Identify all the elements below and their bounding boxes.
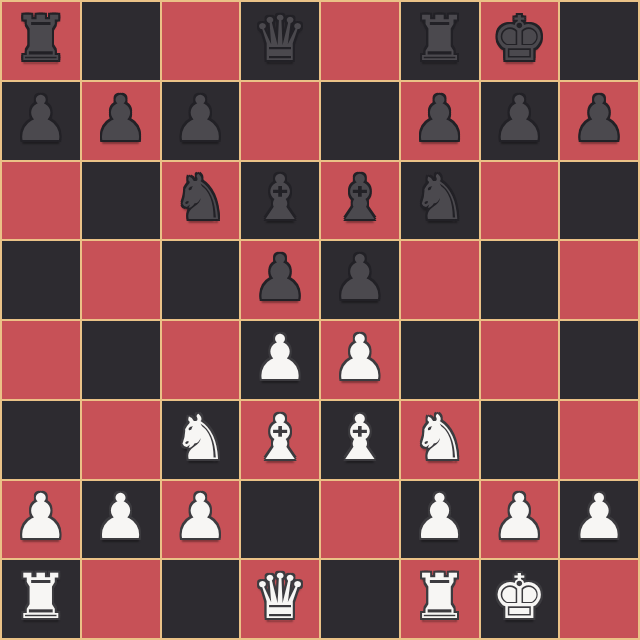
square-b6[interactable] (82, 162, 160, 240)
square-a7[interactable]: ♟ (2, 82, 80, 160)
piece-white-bishop[interactable]: ♝ (252, 401, 308, 478)
square-h6[interactable] (560, 162, 638, 240)
square-d6[interactable]: ♝ (241, 162, 319, 240)
square-c1[interactable] (162, 560, 240, 638)
square-g7[interactable]: ♟ (481, 82, 559, 160)
square-f6[interactable]: ♞ (401, 162, 479, 240)
square-a1[interactable]: ♜ (2, 560, 80, 638)
square-f8[interactable]: ♜ (401, 2, 479, 80)
square-f7[interactable]: ♟ (401, 82, 479, 160)
square-h3[interactable] (560, 401, 638, 479)
square-b7[interactable]: ♟ (82, 82, 160, 160)
square-g6[interactable] (481, 162, 559, 240)
piece-black-rook[interactable]: ♜ (412, 2, 468, 79)
square-f3[interactable]: ♞ (401, 401, 479, 479)
square-d2[interactable] (241, 481, 319, 559)
square-c6[interactable]: ♞ (162, 162, 240, 240)
square-h7[interactable]: ♟ (560, 82, 638, 160)
square-b4[interactable] (82, 321, 160, 399)
piece-white-pawn[interactable]: ♟ (252, 321, 308, 398)
piece-white-queen[interactable]: ♛ (252, 560, 308, 637)
piece-black-pawn[interactable]: ♟ (93, 82, 149, 159)
piece-black-knight[interactable]: ♞ (173, 162, 229, 239)
piece-black-rook[interactable]: ♜ (13, 2, 69, 79)
piece-black-king[interactable]: ♚ (492, 2, 548, 79)
chess-app: ♜♛♜♚♟♟♟♟♟♟♞♝♝♞♟♟♟♟♞♝♝♞♟♟♟♟♟♟♜♛♜♚ (0, 0, 640, 640)
square-g8[interactable]: ♚ (481, 2, 559, 80)
piece-white-pawn[interactable]: ♟ (332, 321, 388, 398)
square-d7[interactable] (241, 82, 319, 160)
chess-board: ♜♛♜♚♟♟♟♟♟♟♞♝♝♞♟♟♟♟♞♝♝♞♟♟♟♟♟♟♜♛♜♚ (0, 0, 640, 640)
square-f2[interactable]: ♟ (401, 481, 479, 559)
square-d8[interactable]: ♛ (241, 2, 319, 80)
square-f4[interactable] (401, 321, 479, 399)
piece-white-king[interactable]: ♚ (492, 560, 548, 637)
square-f5[interactable] (401, 241, 479, 319)
square-h1[interactable] (560, 560, 638, 638)
piece-black-pawn[interactable]: ♟ (571, 82, 627, 159)
square-b1[interactable] (82, 560, 160, 638)
square-e7[interactable] (321, 82, 399, 160)
square-b2[interactable]: ♟ (82, 481, 160, 559)
square-g2[interactable]: ♟ (481, 481, 559, 559)
square-e1[interactable] (321, 560, 399, 638)
square-c8[interactable] (162, 2, 240, 80)
piece-white-bishop[interactable]: ♝ (332, 401, 388, 478)
square-e6[interactable]: ♝ (321, 162, 399, 240)
piece-white-pawn[interactable]: ♟ (173, 481, 229, 558)
square-f1[interactable]: ♜ (401, 560, 479, 638)
square-e2[interactable] (321, 481, 399, 559)
square-c2[interactable]: ♟ (162, 481, 240, 559)
square-c4[interactable] (162, 321, 240, 399)
square-h4[interactable] (560, 321, 638, 399)
piece-white-pawn[interactable]: ♟ (571, 481, 627, 558)
piece-black-pawn[interactable]: ♟ (332, 241, 388, 318)
square-c3[interactable]: ♞ (162, 401, 240, 479)
piece-black-pawn[interactable]: ♟ (252, 241, 308, 318)
square-a3[interactable] (2, 401, 80, 479)
piece-white-pawn[interactable]: ♟ (412, 481, 468, 558)
square-e4[interactable]: ♟ (321, 321, 399, 399)
square-e8[interactable] (321, 2, 399, 80)
piece-white-knight[interactable]: ♞ (173, 401, 229, 478)
square-b3[interactable] (82, 401, 160, 479)
piece-white-pawn[interactable]: ♟ (492, 481, 548, 558)
square-g3[interactable] (481, 401, 559, 479)
piece-white-pawn[interactable]: ♟ (13, 481, 69, 558)
square-e5[interactable]: ♟ (321, 241, 399, 319)
square-g5[interactable] (481, 241, 559, 319)
square-h2[interactable]: ♟ (560, 481, 638, 559)
piece-black-queen[interactable]: ♛ (252, 2, 308, 79)
piece-white-rook[interactable]: ♜ (412, 560, 468, 637)
piece-white-knight[interactable]: ♞ (412, 401, 468, 478)
square-a8[interactable]: ♜ (2, 2, 80, 80)
piece-black-pawn[interactable]: ♟ (412, 82, 468, 159)
square-h8[interactable] (560, 2, 638, 80)
square-g1[interactable]: ♚ (481, 560, 559, 638)
square-c7[interactable]: ♟ (162, 82, 240, 160)
square-e3[interactable]: ♝ (321, 401, 399, 479)
piece-black-pawn[interactable]: ♟ (492, 82, 548, 159)
square-b5[interactable] (82, 241, 160, 319)
piece-black-knight[interactable]: ♞ (412, 162, 468, 239)
piece-black-pawn[interactable]: ♟ (13, 82, 69, 159)
square-c5[interactable] (162, 241, 240, 319)
square-a4[interactable] (2, 321, 80, 399)
piece-black-pawn[interactable]: ♟ (173, 82, 229, 159)
piece-black-bishop[interactable]: ♝ (252, 162, 308, 239)
square-b8[interactable] (82, 2, 160, 80)
square-d4[interactable]: ♟ (241, 321, 319, 399)
square-d3[interactable]: ♝ (241, 401, 319, 479)
square-a5[interactable] (2, 241, 80, 319)
piece-black-bishop[interactable]: ♝ (332, 162, 388, 239)
square-d5[interactable]: ♟ (241, 241, 319, 319)
piece-white-rook[interactable]: ♜ (13, 560, 69, 637)
square-a2[interactable]: ♟ (2, 481, 80, 559)
square-a6[interactable] (2, 162, 80, 240)
square-g4[interactable] (481, 321, 559, 399)
piece-white-pawn[interactable]: ♟ (93, 481, 149, 558)
square-d1[interactable]: ♛ (241, 560, 319, 638)
square-h5[interactable] (560, 241, 638, 319)
